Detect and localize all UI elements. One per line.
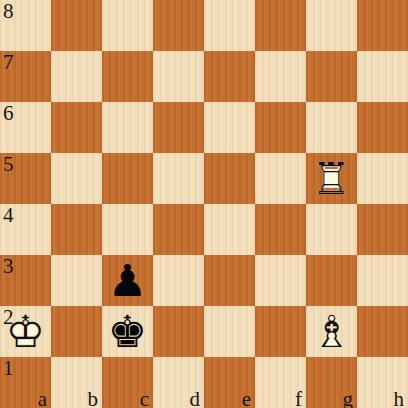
square-f3[interactable] (255, 255, 306, 306)
square-g5[interactable]: ♜♖ (306, 153, 357, 204)
square-f4[interactable] (255, 204, 306, 255)
square-e5[interactable] (204, 153, 255, 204)
square-e2[interactable] (204, 306, 255, 357)
square-h3[interactable] (357, 255, 408, 306)
white-king[interactable]: ♚♔ (0, 306, 51, 357)
square-b3[interactable] (51, 255, 102, 306)
square-f6[interactable] (255, 102, 306, 153)
square-d5[interactable] (153, 153, 204, 204)
square-h2[interactable] (357, 306, 408, 357)
file-label: b (88, 388, 99, 408)
square-b6[interactable] (51, 102, 102, 153)
square-d2[interactable] (153, 306, 204, 357)
square-h5[interactable] (357, 153, 408, 204)
square-a1[interactable]: 1a (0, 357, 51, 408)
rank-label: 6 (3, 102, 14, 124)
piece-glyph: ♚ (102, 306, 153, 357)
chessboard: 8765♜♖43♟2♚♔♚♝♗1abcdefgh (0, 0, 408, 408)
square-f5[interactable] (255, 153, 306, 204)
square-b8[interactable] (51, 0, 102, 51)
square-g1[interactable]: g (306, 357, 357, 408)
rank-label: 7 (3, 51, 14, 73)
rank-label: 1 (3, 357, 14, 379)
square-d1[interactable]: d (153, 357, 204, 408)
square-a2[interactable]: 2♚♔ (0, 306, 51, 357)
rank-label: 3 (3, 255, 14, 277)
square-b7[interactable] (51, 51, 102, 102)
square-h1[interactable]: h (357, 357, 408, 408)
white-bishop[interactable]: ♝♗ (306, 306, 357, 357)
square-e6[interactable] (204, 102, 255, 153)
file-label: h (394, 388, 405, 408)
square-b4[interactable] (51, 204, 102, 255)
square-e1[interactable]: e (204, 357, 255, 408)
black-pawn[interactable]: ♟ (102, 255, 153, 306)
white-rook[interactable]: ♜♖ (306, 153, 357, 204)
square-h8[interactable] (357, 0, 408, 51)
square-a5[interactable]: 5 (0, 153, 51, 204)
rank-label: 4 (3, 204, 14, 226)
file-label: g (343, 388, 354, 408)
piece-glyph: ♟ (102, 255, 153, 306)
square-d8[interactable] (153, 0, 204, 51)
square-b5[interactable] (51, 153, 102, 204)
square-a7[interactable]: 7 (0, 51, 51, 102)
square-g7[interactable] (306, 51, 357, 102)
square-a3[interactable]: 3 (0, 255, 51, 306)
file-label: e (242, 388, 251, 408)
square-h4[interactable] (357, 204, 408, 255)
square-g6[interactable] (306, 102, 357, 153)
black-king[interactable]: ♚ (102, 306, 153, 357)
square-f1[interactable]: f (255, 357, 306, 408)
square-a8[interactable]: 8 (0, 0, 51, 51)
square-f2[interactable] (255, 306, 306, 357)
file-label: c (140, 388, 149, 408)
square-c1[interactable]: c (102, 357, 153, 408)
square-a4[interactable]: 4 (0, 204, 51, 255)
rank-label: 5 (3, 153, 14, 175)
square-c2[interactable]: ♚ (102, 306, 153, 357)
square-f7[interactable] (255, 51, 306, 102)
piece-glyph-outline: ♖ (306, 153, 357, 204)
square-b2[interactable] (51, 306, 102, 357)
square-c7[interactable] (102, 51, 153, 102)
file-label: d (190, 388, 201, 408)
file-label: f (295, 388, 302, 408)
square-c6[interactable] (102, 102, 153, 153)
square-c4[interactable] (102, 204, 153, 255)
square-e3[interactable] (204, 255, 255, 306)
square-h7[interactable] (357, 51, 408, 102)
square-f8[interactable] (255, 0, 306, 51)
square-g8[interactable] (306, 0, 357, 51)
rank-label: 8 (3, 0, 14, 22)
square-d6[interactable] (153, 102, 204, 153)
square-h6[interactable] (357, 102, 408, 153)
square-b1[interactable]: b (51, 357, 102, 408)
square-c3[interactable]: ♟ (102, 255, 153, 306)
square-a6[interactable]: 6 (0, 102, 51, 153)
square-g3[interactable] (306, 255, 357, 306)
square-c5[interactable] (102, 153, 153, 204)
square-e7[interactable] (204, 51, 255, 102)
square-e4[interactable] (204, 204, 255, 255)
piece-glyph-outline: ♗ (306, 306, 357, 357)
square-e8[interactable] (204, 0, 255, 51)
piece-glyph-outline: ♔ (0, 306, 51, 357)
square-d3[interactable] (153, 255, 204, 306)
file-label: a (38, 388, 47, 408)
square-g4[interactable] (306, 204, 357, 255)
square-d7[interactable] (153, 51, 204, 102)
square-g2[interactable]: ♝♗ (306, 306, 357, 357)
square-d4[interactable] (153, 204, 204, 255)
square-c8[interactable] (102, 0, 153, 51)
